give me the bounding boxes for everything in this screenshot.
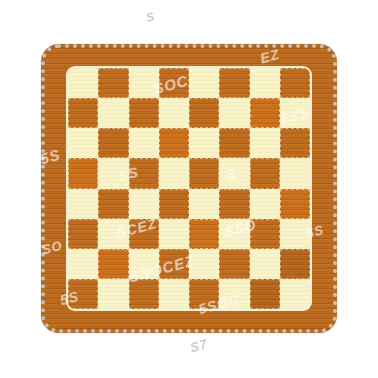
square-e7[interactable] [189,98,219,128]
square-a6[interactable] [68,128,98,158]
square-g6[interactable] [250,128,280,158]
square-d4[interactable] [159,189,189,219]
square-g8[interactable] [250,68,280,98]
square-c4[interactable] [129,189,159,219]
square-f3[interactable] [219,219,249,249]
square-g5[interactable] [250,158,280,188]
square-d7[interactable] [159,98,189,128]
square-a8[interactable] [68,68,98,98]
square-b6[interactable] [98,128,128,158]
square-a2[interactable] [68,249,98,279]
square-c7[interactable] [129,98,159,128]
watermark-text: S7 [188,336,209,355]
square-f1[interactable] [219,279,249,309]
square-g4[interactable] [250,189,280,219]
image-canvas: SEZSOCEZ55SSSSSCEZSSOSOSSOCEZ5S5SOCS75S [0,0,378,378]
square-f8[interactable] [219,68,249,98]
square-f4[interactable] [219,189,249,219]
square-g1[interactable] [250,279,280,309]
square-e1[interactable] [189,279,219,309]
square-d3[interactable] [159,219,189,249]
square-b8[interactable] [98,68,128,98]
square-d1[interactable] [159,279,189,309]
square-c6[interactable] [129,128,159,158]
square-b4[interactable] [98,189,128,219]
square-f7[interactable] [219,98,249,128]
square-a7[interactable] [68,98,98,128]
chess-board [41,44,337,333]
square-d5[interactable] [159,158,189,188]
square-c8[interactable] [129,68,159,98]
square-e8[interactable] [189,68,219,98]
square-g2[interactable] [250,249,280,279]
square-a3[interactable] [68,219,98,249]
square-e2[interactable] [189,249,219,279]
square-a4[interactable] [68,189,98,219]
square-h8[interactable] [280,68,310,98]
square-f2[interactable] [219,249,249,279]
square-f5[interactable] [219,158,249,188]
square-c5[interactable] [129,158,159,188]
square-e6[interactable] [189,128,219,158]
square-b2[interactable] [98,249,128,279]
square-h5[interactable] [280,158,310,188]
square-h7[interactable] [280,98,310,128]
square-e5[interactable] [189,158,219,188]
square-h3[interactable] [280,219,310,249]
square-c1[interactable] [129,279,159,309]
square-b1[interactable] [98,279,128,309]
square-h4[interactable] [280,189,310,219]
square-c3[interactable] [129,219,159,249]
board-grid [68,68,310,309]
square-e3[interactable] [189,219,219,249]
square-h6[interactable] [280,128,310,158]
square-g7[interactable] [250,98,280,128]
board-playing-field [66,66,312,311]
square-d6[interactable] [159,128,189,158]
square-a1[interactable] [68,279,98,309]
square-b7[interactable] [98,98,128,128]
square-c2[interactable] [129,249,159,279]
square-d2[interactable] [159,249,189,279]
square-e4[interactable] [189,189,219,219]
square-a5[interactable] [68,158,98,188]
square-d8[interactable] [159,68,189,98]
square-h1[interactable] [280,279,310,309]
square-g3[interactable] [250,219,280,249]
square-b3[interactable] [98,219,128,249]
square-b5[interactable] [98,158,128,188]
watermark-text: S [144,9,156,25]
square-f6[interactable] [219,128,249,158]
square-h2[interactable] [280,249,310,279]
